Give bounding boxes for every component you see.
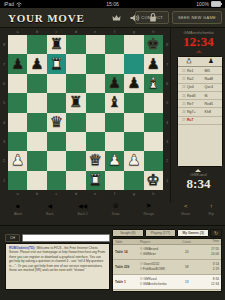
status-time: 15:06 <box>0 1 225 7</box>
col-players: Players <box>140 240 180 244</box>
move-list: ♟ ♟ 21Re1Bf522Ra2Rad823Qe4Qxc424Red3f625… <box>177 56 223 167</box>
square-d2[interactable] <box>66 151 85 170</box>
move-row-22[interactable]: 22Ra2Rad8 <box>178 75 222 83</box>
white-king: ♚ <box>147 171 160 190</box>
board-file-labels-bottom: abcdefgh <box>8 191 163 196</box>
page-title: YOUR MOVE <box>8 12 85 24</box>
white-queen: ♛ <box>88 151 101 170</box>
chat-channel-tab[interactable]: CH <box>5 234 20 242</box>
square-h2[interactable] <box>144 151 163 170</box>
black-pawn: ♟ <box>11 55 24 74</box>
square-e1[interactable]: ♜ <box>86 171 105 190</box>
move-row-24[interactable]: 24Red3f6 <box>178 92 222 100</box>
back-button[interactable]: ◀Back <box>46 202 54 216</box>
black-pawn: ♟ <box>147 55 160 74</box>
square-d5[interactable]: ♜ <box>66 93 85 112</box>
square-g8[interactable] <box>124 35 143 54</box>
chat-sender: ROBOadmin(TD): <box>9 246 35 250</box>
square-f1[interactable] <box>105 171 124 190</box>
games-table: Table Players Count Time Table 14WGMAnan… <box>112 238 222 292</box>
square-b5[interactable] <box>27 93 46 112</box>
square-b4[interactable] <box>27 113 46 132</box>
game-times: 17:5524:06 <box>194 247 219 257</box>
file-label-g: g <box>124 191 143 196</box>
square-c5[interactable] <box>47 93 66 112</box>
game-row[interactable]: Table 1WGMKozulBGMAreshchenko138:3412:34 <box>113 275 221 290</box>
black-move: Rxd5 <box>205 102 223 106</box>
chat-message: Welcome to FICS - the Free Internet Ches… <box>9 246 105 272</box>
chess-app-screen: iPad 15:06 100% YOUR MOVE <box>0 0 225 300</box>
black-pawn: ♟ <box>108 74 121 93</box>
square-a5[interactable] <box>8 93 27 112</box>
black-prefix: B <box>140 252 142 256</box>
rank-label-8: 8 <box>1 35 7 54</box>
square-b7[interactable]: ♟ <box>27 54 46 73</box>
game-move-count: 20 <box>179 250 194 254</box>
square-g1[interactable] <box>124 171 143 190</box>
move-number: 23 <box>178 85 187 89</box>
battery-icon <box>211 1 221 7</box>
square-f7[interactable] <box>105 54 124 73</box>
move-row-27[interactable]: 27Rc7 <box>178 117 222 125</box>
col-time: Time <box>194 239 219 244</box>
square-e2[interactable]: ♛ <box>86 151 105 170</box>
file-label-a: a <box>8 29 27 34</box>
flip-label: Flip <box>208 212 213 216</box>
move-list-header: ♟ ♟ <box>178 57 222 67</box>
square-d3[interactable] <box>66 132 85 151</box>
game-players: WGMAnandBGMMeier <box>140 247 180 257</box>
file-label-a: a <box>8 191 27 196</box>
rank-label-1: 1 <box>1 171 7 190</box>
black-player: BGMMeier <box>140 252 180 257</box>
square-g3[interactable] <box>124 132 143 151</box>
file-label-f: f <box>105 191 124 196</box>
draw-button[interactable]: ☮Draw <box>112 202 120 216</box>
white-pawn: ♟ <box>127 151 140 170</box>
game-table-label: Table 229 <box>115 265 140 269</box>
resign-label: Resign <box>143 212 154 216</box>
move-row-21[interactable]: 21Re1Bf5 <box>178 67 222 75</box>
square-d6[interactable] <box>66 74 85 93</box>
square-g2[interactable]: ♟ <box>124 151 143 170</box>
game-times: 8:3412:34 <box>194 277 219 287</box>
opponent-clock: 12:34 <box>171 35 225 49</box>
square-a2[interactable]: ♟ <box>8 151 27 170</box>
white-move: Red3 <box>187 94 205 98</box>
black-prefix: B <box>140 282 142 286</box>
black-rook: ♜ <box>69 93 82 112</box>
back-icon: ◀ <box>46 202 54 211</box>
square-d4[interactable] <box>66 113 85 132</box>
square-e6[interactable] <box>86 74 105 93</box>
rank-label-3: 3 <box>1 132 7 151</box>
game-side-panel: GMAreshchenko 12:34 ♟ ♟ 21Re1Bf522Ra2Rad… <box>170 27 225 203</box>
file-label-c: c <box>47 29 66 34</box>
square-h1[interactable]: ♚ <box>144 171 163 190</box>
back-2-button[interactable]: ◀◀Back 2 <box>77 202 87 216</box>
seek-new-game-button[interactable]: SEEK NEW GAME <box>172 11 222 24</box>
square-h8[interactable]: ♚ <box>144 35 163 54</box>
square-f8[interactable] <box>105 35 124 54</box>
move-number: 27 <box>178 118 187 122</box>
square-g6[interactable]: ♟ <box>124 74 143 93</box>
white-rook: ♜ <box>50 55 63 74</box>
black-player: BFishBoatBOWK <box>140 267 180 272</box>
square-f6[interactable]: ♟ <box>105 74 124 93</box>
black-prefix: B <box>140 267 142 271</box>
file-label-e: e <box>86 29 105 34</box>
rank-label-4: 4 <box>1 113 7 132</box>
game-move-count: 13 <box>179 280 194 284</box>
square-e3[interactable] <box>86 132 105 151</box>
square-g4[interactable] <box>124 113 143 132</box>
move-row-25[interactable]: 25Re7Rxd5 <box>178 100 222 108</box>
back-label: Back <box>46 212 54 216</box>
black-bishop: ♝ <box>108 93 121 112</box>
chat-messages: ROBOadmin(TD):Welcome to FICS - the Free… <box>5 243 110 290</box>
game-times: 3:142:19 <box>194 262 219 272</box>
square-f3[interactable] <box>105 132 124 151</box>
black-move: Rad8 <box>205 77 223 81</box>
square-b8[interactable] <box>27 35 46 54</box>
chess-board: ♜♚♟♟♜♟♟♟♝♜♝♛♟♛♟♟♜♚ <box>8 35 163 190</box>
square-h3[interactable] <box>144 132 163 151</box>
scroll-up-icon[interactable] <box>196 50 202 53</box>
game-players: WGuest3242BFishBoatBOWK <box>140 262 180 272</box>
game-row[interactable]: Table 229WGuest3242BFishBoatBOWK583:142:… <box>113 260 221 275</box>
move-number: 26 <box>178 110 187 114</box>
bottom-panel: CH ROBOadmin(TD):Welcome to FICS - the F… <box>0 225 225 300</box>
game-toolbar: ■Abort◀Back◀◀Back 2☮Draw⚑Resign <Share↑F… <box>0 202 225 223</box>
white-move: Qe4 <box>187 85 205 89</box>
abort-label: Abort <box>14 212 22 216</box>
move-row-23[interactable]: 23Qe4Qxc4 <box>178 84 222 92</box>
game-players: WGMKozulBGMAreshchenko <box>140 277 180 287</box>
move-row-26[interactable]: 26Rg7+Kh8 <box>178 108 222 116</box>
move-number: 24 <box>178 94 187 98</box>
square-d8[interactable] <box>66 35 85 54</box>
square-c3[interactable] <box>47 132 66 151</box>
black-time: 12:34 <box>194 282 219 287</box>
flip-button[interactable]: ↑Flip <box>208 202 213 216</box>
tab-playing-577-[interactable]: Playing (577) <box>145 229 177 237</box>
abort-icon: ■ <box>14 202 22 211</box>
rank-label-7: 7 <box>1 54 7 73</box>
board-file-labels-top: abcdefgh <box>8 29 163 34</box>
white-pawn-icon: ♟ <box>178 57 200 66</box>
square-e5[interactable] <box>86 93 105 112</box>
file-label-g: g <box>124 29 143 34</box>
chat-panel: CH ROBOadmin(TD):Welcome to FICS - the F… <box>5 234 110 292</box>
square-a1[interactable] <box>8 171 27 190</box>
square-c1[interactable] <box>47 171 66 190</box>
file-label-f: f <box>105 29 124 34</box>
lock-icon[interactable] <box>149 13 157 22</box>
square-h6[interactable]: ♝ <box>144 74 163 93</box>
square-e7[interactable] <box>86 54 105 73</box>
black-move: Qxc4 <box>205 85 223 89</box>
chat-input[interactable] <box>22 234 110 242</box>
black-king: ♚ <box>147 35 160 54</box>
white-pawn: ♟ <box>11 151 24 170</box>
white-move: Rg7+ <box>187 110 205 114</box>
white-prefix: W <box>140 262 143 266</box>
square-b1[interactable] <box>27 171 46 190</box>
game-table-label: Table 1 <box>115 280 140 284</box>
square-c8[interactable]: ♜ <box>47 35 66 54</box>
square-g5[interactable] <box>124 93 143 112</box>
rank-label-6: 6 <box>1 74 7 93</box>
col-count: Count <box>179 240 194 244</box>
black-move: Bf5 <box>205 69 223 73</box>
player-clock: 8:34 <box>171 177 225 191</box>
col-table: Table <box>115 240 140 244</box>
white-move: Ra2 <box>187 77 205 81</box>
white-prefix: W <box>140 277 143 281</box>
file-label-h: h <box>144 29 163 34</box>
square-e4[interactable] <box>86 113 105 132</box>
board-rank-labels-left: 87654321 <box>1 35 7 190</box>
black-rook: ♜ <box>50 35 63 54</box>
black-pawn: ♟ <box>127 74 140 93</box>
square-f2[interactable]: ♟ <box>105 151 124 170</box>
share-label: Share <box>181 212 190 216</box>
resign-icon: ⚑ <box>143 202 154 211</box>
black-player: BGMAreshchenko <box>140 282 180 287</box>
status-bar: iPad 15:06 100% <box>0 0 225 8</box>
square-g7[interactable] <box>124 54 143 73</box>
black-time: 24:06 <box>194 252 219 257</box>
square-h4[interactable] <box>144 113 163 132</box>
file-label-h: h <box>144 191 163 196</box>
share-button[interactable]: <Share <box>181 202 190 216</box>
resign-button[interactable]: ⚑Resign <box>143 202 154 216</box>
white-move: Re7 <box>187 102 205 106</box>
move-number: 21 <box>178 69 187 73</box>
square-a7[interactable]: ♟ <box>8 54 27 73</box>
square-c6[interactable] <box>47 74 66 93</box>
square-a8[interactable] <box>8 35 27 54</box>
square-f4[interactable] <box>105 113 124 132</box>
sound-icon[interactable] <box>130 14 140 22</box>
rank-label-5: 5 <box>1 93 7 112</box>
flip-icon: ↑ <box>208 202 213 211</box>
back-2-icon: ◀◀ <box>77 202 87 211</box>
black-move: Kh8 <box>205 110 223 114</box>
game-row[interactable]: Table 14WGMAnandBGMMeier2017:5524:06 <box>113 245 221 260</box>
file-label-e: e <box>86 191 105 196</box>
square-a3[interactable] <box>8 132 27 151</box>
games-panel: Sought (8)Playing (577)My Games (3)↻ Tab… <box>112 229 222 293</box>
app-header: YOUR MOVE CONNECT SEEK NEW GAME <box>0 8 225 28</box>
move-number: 25 <box>178 102 187 106</box>
black-queen: ♛ <box>50 113 63 132</box>
back-2-label: Back 2 <box>77 212 87 216</box>
square-e8[interactable] <box>86 35 105 54</box>
tab-sought-8-[interactable]: Sought (8) <box>112 229 144 237</box>
white-pawn: ♟ <box>108 151 121 170</box>
refresh-button[interactable]: ↻ <box>210 229 222 237</box>
white-prefix: W <box>140 247 143 251</box>
square-d1[interactable] <box>66 171 85 190</box>
file-label-b: b <box>27 29 46 34</box>
file-label-c: c <box>47 191 66 196</box>
square-c7[interactable]: ♜ <box>47 54 66 73</box>
draw-label: Draw <box>112 212 120 216</box>
square-d7[interactable] <box>66 54 85 73</box>
white-move: Rc7 <box>187 118 205 122</box>
battery-percent: 100% <box>196 1 209 7</box>
square-a4[interactable] <box>8 113 27 132</box>
square-c2[interactable] <box>47 151 66 170</box>
file-label-d: d <box>66 191 85 196</box>
abort-button[interactable]: ■Abort <box>14 202 22 216</box>
crown-icon[interactable] <box>112 14 121 22</box>
black-time: 2:19 <box>194 267 219 272</box>
black-move: f6 <box>205 94 223 98</box>
square-b6[interactable] <box>27 74 46 93</box>
move-number: 22 <box>178 77 187 81</box>
white-move: Re1 <box>187 69 205 73</box>
black-pawn-icon: ♟ <box>200 57 222 66</box>
white-rook: ♜ <box>88 171 101 190</box>
square-b3[interactable] <box>27 132 46 151</box>
square-b2[interactable] <box>27 151 46 170</box>
game-table-label: Table 14 <box>115 250 140 254</box>
square-h5[interactable] <box>144 93 163 112</box>
square-c4[interactable]: ♛ <box>47 113 66 132</box>
square-a6[interactable] <box>8 74 27 93</box>
square-f5[interactable]: ♝ <box>105 93 124 112</box>
file-label-b: b <box>27 191 46 196</box>
rank-label-2: 2 <box>1 151 7 170</box>
draw-icon: ☮ <box>112 202 120 211</box>
share-icon: < <box>181 202 190 211</box>
file-label-d: d <box>66 29 85 34</box>
white-bishop: ♝ <box>147 74 160 93</box>
square-h7[interactable]: ♟ <box>144 54 163 73</box>
tab-my-games-3-[interactable]: My Games (3) <box>177 229 209 237</box>
game-move-count: 58 <box>179 265 194 269</box>
black-pawn: ♟ <box>30 55 43 74</box>
